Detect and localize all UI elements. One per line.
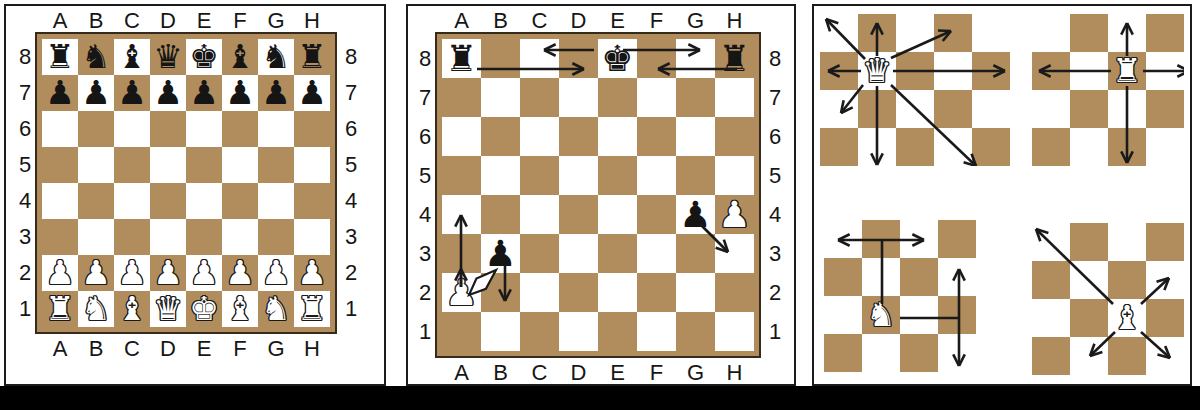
special-moves-rank-labels-left-5: 5: [412, 156, 438, 195]
special-moves-square-r6c6: [637, 234, 676, 273]
special-moves-file-labels-top-H: H: [715, 8, 754, 34]
black-pawn: ♟: [114, 75, 150, 111]
special-moves-square-r8c2: [481, 312, 520, 351]
starting-position-square-r4c4: [150, 147, 186, 183]
knight-moves-square-r3c4: [938, 296, 976, 334]
rook-moves-square-r3c1: [1032, 90, 1070, 128]
special-moves-square-r8c3: [520, 312, 559, 351]
rook-moves-square-r4c3: [1108, 128, 1146, 166]
starting-position-square-r3c5: [186, 111, 222, 147]
white-rook: ♜: [294, 291, 330, 327]
white-knight: ♞: [78, 291, 114, 327]
special-moves-file-labels-bottom-D: D: [559, 360, 598, 386]
special-moves-square-r1c6: [637, 39, 676, 78]
special-moves-square-r4c3: [520, 156, 559, 195]
starting-position-rank-labels-right-8: 8: [338, 39, 364, 75]
white-pawn: ♟: [294, 255, 330, 291]
special-moves-square-r4c6: [637, 156, 676, 195]
starting-position-rank-labels-left-5: 5: [12, 147, 38, 183]
queen-moves-square-r1c5: [972, 14, 1010, 52]
white-pawn: ♟: [186, 255, 222, 291]
queen-moves-square-r3c3: [896, 90, 934, 128]
mini-board-knight-moves: ♞: [824, 220, 976, 372]
starting-position-square-r6c1: [42, 219, 78, 255]
special-moves-rank-labels-left: 87654321: [412, 39, 438, 351]
white-pawn: ♟: [42, 255, 78, 291]
queen-moves-square-r4c1: [820, 128, 858, 166]
starting-position-square-r6c3: [114, 219, 150, 255]
special-moves-square-r4c5: [598, 156, 637, 195]
white-pawn: ♟: [258, 255, 294, 291]
starting-position-file-labels-top-H: H: [294, 8, 330, 34]
knight-moves-square-r1c3: [900, 220, 938, 258]
special-moves-square-r1c3: [520, 39, 559, 78]
starting-position-square-r4c2: [78, 147, 114, 183]
starting-position-rank-labels-right-2: 2: [338, 255, 364, 291]
starting-position-file-labels-top-C: C: [114, 8, 150, 34]
special-moves-file-labels-bottom-B: B: [481, 360, 520, 386]
knight-moves-square-r4c2: [862, 334, 900, 372]
starting-position-rank-labels-right-7: 7: [338, 75, 364, 111]
special-moves-square-r2c2: [481, 78, 520, 117]
special-moves-file-labels-top-E: E: [598, 8, 637, 34]
special-moves-rank-labels-right: 87654321: [762, 39, 788, 351]
special-moves-rank-labels-right-7: 7: [762, 78, 788, 117]
special-moves-square-r4c4: [559, 156, 598, 195]
rook-moves-square-r3c3: [1108, 90, 1146, 128]
white-pawn: ♟: [222, 255, 258, 291]
black-pawn: ♟: [481, 234, 520, 273]
special-moves-square-r8c6: [637, 312, 676, 351]
special-moves-square-r6c7: [676, 234, 715, 273]
panel-special-moves-diagram: ABCDEFGHABCDEFGH8765432187654321♜♚♜♟♟♟♟: [406, 4, 796, 386]
black-pawn: ♟: [150, 75, 186, 111]
queen-moves-square-r3c5: [972, 90, 1010, 128]
starting-position-square-r6c5: [186, 219, 222, 255]
mini-board-bishop-moves: ♝: [1032, 223, 1184, 375]
rook-moves-square-r1c3: [1108, 14, 1146, 52]
starting-position-file-labels-bottom-B: B: [78, 336, 114, 362]
special-moves-square-r8c4: [559, 312, 598, 351]
special-moves-square-r6c5: [598, 234, 637, 273]
starting-position-file-labels-top-E: E: [186, 8, 222, 34]
special-moves-square-r3c6: [637, 117, 676, 156]
special-moves-square-r3c8: [715, 117, 754, 156]
bishop-moves-square-r1c1: [1032, 223, 1070, 261]
black-bishop: ♝: [222, 39, 258, 75]
starting-position-rank-labels-left-2: 2: [12, 255, 38, 291]
queen-moves-square-r1c1: [820, 14, 858, 52]
special-moves-rank-labels-right-1: 1: [762, 312, 788, 351]
special-moves-file-labels-top-C: C: [520, 8, 559, 34]
white-pawn: ♟: [150, 255, 186, 291]
special-moves-square-r4c2: [481, 156, 520, 195]
queen-moves-square-r4c5: [972, 128, 1010, 166]
special-moves-square-r4c7: [676, 156, 715, 195]
special-moves-rank-labels-left-2: 2: [412, 273, 438, 312]
starting-position-file-labels-top-F: F: [222, 8, 258, 34]
special-moves-rank-labels-left-6: 6: [412, 117, 438, 156]
special-moves-square-r5c2: [481, 195, 520, 234]
starting-position-square-r5c1: [42, 183, 78, 219]
black-bishop: ♝: [114, 39, 150, 75]
starting-position-square-r4c3: [114, 147, 150, 183]
white-pawn: ♟: [78, 255, 114, 291]
rook-moves-square-r3c2: [1070, 90, 1108, 128]
special-moves-square-r7c6: [637, 273, 676, 312]
black-pawn: ♟: [42, 75, 78, 111]
queen-moves-square-r1c4: [934, 14, 972, 52]
starting-position-rank-labels-left-4: 4: [12, 183, 38, 219]
bishop-moves-square-r4c2: [1070, 337, 1108, 375]
white-knight: ♞: [862, 296, 900, 334]
rook-moves-squares: [1032, 14, 1184, 166]
special-moves-rank-labels-left-4: 4: [412, 195, 438, 234]
bishop-moves-square-r3c1: [1032, 299, 1070, 337]
bishop-moves-square-r1c4: [1146, 223, 1184, 261]
special-moves-square-r1c4: [559, 39, 598, 78]
knight-moves-square-r2c4: [938, 258, 976, 296]
starting-position-file-labels-bottom-C: C: [114, 336, 150, 362]
starting-position-square-r5c6: [222, 183, 258, 219]
bishop-moves-square-r3c4: [1146, 299, 1184, 337]
knight-moves-square-r4c4: [938, 334, 976, 372]
starting-position-square-r4c5: [186, 147, 222, 183]
white-knight: ♞: [258, 291, 294, 327]
starting-position-file-labels-top: ABCDEFGH: [42, 8, 330, 34]
starting-position-file-labels-top-A: A: [42, 8, 78, 34]
starting-position-square-r6c8: [294, 219, 330, 255]
black-king: ♚: [598, 39, 637, 78]
knight-moves-square-r1c4: [938, 220, 976, 258]
starting-position-square-r6c2: [78, 219, 114, 255]
special-moves-square-r7c2: [481, 273, 520, 312]
special-moves-rank-labels-right-4: 4: [762, 195, 788, 234]
knight-moves-square-r2c3: [900, 258, 938, 296]
special-moves-square-r8c7: [676, 312, 715, 351]
special-moves-square-r2c1: [442, 78, 481, 117]
black-queen: ♛: [150, 39, 186, 75]
special-moves-rank-labels-left-1: 1: [412, 312, 438, 351]
rook-moves-square-r2c4: [1146, 52, 1184, 90]
starting-position-rank-labels-right-6: 6: [338, 111, 364, 147]
rook-moves-square-r1c4: [1146, 14, 1184, 52]
white-king: ♚: [186, 291, 222, 327]
queen-moves-square-r2c4: [934, 52, 972, 90]
special-moves-square-r4c1: [442, 156, 481, 195]
bishop-moves-square-r2c3: [1108, 261, 1146, 299]
black-rook: ♜: [42, 39, 78, 75]
starting-position-rank-labels-right-4: 4: [338, 183, 364, 219]
panel-piece-movement-diagrams: ♛♜♞♝: [812, 4, 1192, 386]
figure-chess-diagrams: ABCDEFGHABCDEFGH8765432187654321♜♞♝♛♚♝♞♜…: [0, 0, 1200, 410]
queen-moves-square-r3c2: [858, 90, 896, 128]
mini-board-rook-moves: ♜: [1032, 14, 1184, 166]
queen-moves-square-r2c5: [972, 52, 1010, 90]
special-moves-square-r6c1: [442, 234, 481, 273]
starting-position-square-r6c4: [150, 219, 186, 255]
rook-moves-square-r4c4: [1146, 128, 1184, 166]
starting-position-square-r3c3: [114, 111, 150, 147]
starting-position-square-r5c8: [294, 183, 330, 219]
white-pawn: ♟: [715, 195, 754, 234]
queen-moves-square-r4c2: [858, 128, 896, 166]
starting-position-square-r3c8: [294, 111, 330, 147]
starting-position-square-r5c7: [258, 183, 294, 219]
special-moves-square-r7c3: [520, 273, 559, 312]
special-moves-square-r5c3: [520, 195, 559, 234]
special-moves-square-r5c5: [598, 195, 637, 234]
starting-position-square-r4c1: [42, 147, 78, 183]
special-moves-rank-labels-left-8: 8: [412, 39, 438, 78]
special-moves-file-labels-top-G: G: [676, 8, 715, 34]
bishop-moves-square-r1c2: [1070, 223, 1108, 261]
special-moves-rank-labels-right-6: 6: [762, 117, 788, 156]
special-moves-file-labels-bottom-C: C: [520, 360, 559, 386]
starting-position-square-r5c3: [114, 183, 150, 219]
special-moves-square-r1c7: [676, 39, 715, 78]
special-moves-rank-labels-right-5: 5: [762, 156, 788, 195]
knight-moves-square-r1c2: [862, 220, 900, 258]
special-moves-file-labels-top-F: F: [637, 8, 676, 34]
starting-position-file-labels-bottom-D: D: [150, 336, 186, 362]
black-king: ♚: [186, 39, 222, 75]
knight-moves-square-r4c3: [900, 334, 938, 372]
starting-position-square-r3c1: [42, 111, 78, 147]
special-moves-square-r5c6: [637, 195, 676, 234]
special-moves-file-labels-bottom-F: F: [637, 360, 676, 386]
special-moves-square-r8c8: [715, 312, 754, 351]
starting-position-rank-labels-left-6: 6: [12, 111, 38, 147]
starting-position-file-labels-bottom: ABCDEFGH: [42, 336, 330, 362]
rook-moves-square-r2c2: [1070, 52, 1108, 90]
bishop-moves-square-r4c4: [1146, 337, 1184, 375]
queen-moves-square-r1c2: [858, 14, 896, 52]
special-moves-square-r5c1: [442, 195, 481, 234]
starting-position-file-labels-bottom-A: A: [42, 336, 78, 362]
bishop-moves-square-r2c4: [1146, 261, 1184, 299]
starting-position-rank-labels-left-8: 8: [12, 39, 38, 75]
special-moves-file-labels-top-D: D: [559, 8, 598, 34]
queen-moves-square-r4c3: [896, 128, 934, 166]
rook-moves-square-r1c1: [1032, 14, 1070, 52]
black-pawn: ♟: [676, 195, 715, 234]
starting-position-rank-labels-right-5: 5: [338, 147, 364, 183]
bishop-moves-square-r1c3: [1108, 223, 1146, 261]
special-moves-file-labels-bottom: ABCDEFGH: [442, 360, 754, 386]
special-moves-square-r2c4: [559, 78, 598, 117]
black-pawn: ♟: [294, 75, 330, 111]
starting-position-file-labels-bottom-F: F: [222, 336, 258, 362]
white-rook: ♜: [42, 291, 78, 327]
starting-position-rank-labels-right-3: 3: [338, 219, 364, 255]
special-moves-square-r8c5: [598, 312, 637, 351]
special-moves-square-r3c7: [676, 117, 715, 156]
white-bishop: ♝: [114, 291, 150, 327]
special-moves-square-r5c4: [559, 195, 598, 234]
queen-moves-square-r1c3: [896, 14, 934, 52]
starting-position-square-r4c7: [258, 147, 294, 183]
knight-moves-square-r1c1: [824, 220, 862, 258]
starting-position-square-r3c6: [222, 111, 258, 147]
knight-moves-square-r4c1: [824, 334, 862, 372]
starting-position-square-r5c4: [150, 183, 186, 219]
bishop-moves-square-r4c1: [1032, 337, 1070, 375]
special-moves-square-r7c4: [559, 273, 598, 312]
queen-moves-squares: [820, 14, 1010, 166]
special-moves-rank-labels-right-8: 8: [762, 39, 788, 78]
rook-moves-square-r4c1: [1032, 128, 1070, 166]
special-moves-rank-labels-right-3: 3: [762, 234, 788, 273]
special-moves-square-r4c8: [715, 156, 754, 195]
special-moves-square-r3c2: [481, 117, 520, 156]
black-knight: ♞: [78, 39, 114, 75]
starting-position-rank-labels-left-7: 7: [12, 75, 38, 111]
knight-moves-square-r3c1: [824, 296, 862, 334]
starting-position-file-labels-top-D: D: [150, 8, 186, 34]
black-knight: ♞: [258, 39, 294, 75]
white-pawn: ♟: [442, 273, 481, 312]
starting-position-file-labels-bottom-H: H: [294, 336, 330, 362]
white-queen: ♛: [150, 291, 186, 327]
special-moves-file-labels-top-A: A: [442, 8, 481, 34]
rook-moves-square-r2c1: [1032, 52, 1070, 90]
starting-position-file-labels-bottom-G: G: [258, 336, 294, 362]
bishop-moves-square-r3c2: [1070, 299, 1108, 337]
bishop-moves-square-r4c3: [1108, 337, 1146, 375]
starting-position-square-r5c2: [78, 183, 114, 219]
knight-moves-square-r2c2: [862, 258, 900, 296]
special-moves-square-r7c7: [676, 273, 715, 312]
black-rook: ♜: [442, 39, 481, 78]
starting-position-rank-labels-right-1: 1: [338, 291, 364, 327]
special-moves-rank-labels-right-2: 2: [762, 273, 788, 312]
rook-moves-square-r4c2: [1070, 128, 1108, 166]
special-moves-square-r1c2: [481, 39, 520, 78]
special-moves-square-r2c6: [637, 78, 676, 117]
starting-position-file-labels-top-B: B: [78, 8, 114, 34]
special-moves-square-r3c1: [442, 117, 481, 156]
bottom-black-bar: [0, 386, 1200, 410]
special-moves-file-labels-bottom-E: E: [598, 360, 637, 386]
special-moves-file-labels-top-B: B: [481, 8, 520, 34]
starting-position-rank-labels-left-1: 1: [12, 291, 38, 327]
starting-position-square-r4c8: [294, 147, 330, 183]
queen-moves-square-r3c1: [820, 90, 858, 128]
black-rook: ♜: [715, 39, 754, 78]
special-moves-square-r6c4: [559, 234, 598, 273]
mini-board-queen-moves: ♛: [820, 14, 1010, 166]
knight-moves-square-r2c1: [824, 258, 862, 296]
special-moves-square-r6c8: [715, 234, 754, 273]
starting-position-rank-labels-left-3: 3: [12, 219, 38, 255]
special-moves-square-r2c3: [520, 78, 559, 117]
bishop-moves-square-r2c1: [1032, 261, 1070, 299]
starting-position-square-r3c4: [150, 111, 186, 147]
white-bishop: ♝: [1108, 299, 1146, 337]
white-queen: ♛: [858, 52, 896, 90]
special-moves-file-labels-bottom-H: H: [715, 360, 754, 386]
starting-position-file-labels-top-G: G: [258, 8, 294, 34]
special-moves-square-r3c3: [520, 117, 559, 156]
white-pawn: ♟: [114, 255, 150, 291]
panel-starting-position-diagram: ABCDEFGHABCDEFGH8765432187654321♜♞♝♛♚♝♞♜…: [4, 4, 386, 386]
starting-position-rank-labels-left: 87654321: [12, 39, 38, 327]
queen-moves-square-r2c3: [896, 52, 934, 90]
starting-position-square-r6c7: [258, 219, 294, 255]
starting-position-square-r6c6: [222, 219, 258, 255]
queen-moves-square-r3c4: [934, 90, 972, 128]
special-moves-square-r2c5: [598, 78, 637, 117]
special-moves-file-labels-bottom-G: G: [676, 360, 715, 386]
black-pawn: ♟: [186, 75, 222, 111]
starting-position-file-labels-bottom-E: E: [186, 336, 222, 362]
starting-position-rank-labels-right: 87654321: [338, 39, 364, 327]
special-moves-square-r7c8: [715, 273, 754, 312]
special-moves-rank-labels-left-7: 7: [412, 78, 438, 117]
special-moves-square-r7c5: [598, 273, 637, 312]
special-moves-square-r2c7: [676, 78, 715, 117]
special-moves-square-r3c4: [559, 117, 598, 156]
starting-position-square-r3c2: [78, 111, 114, 147]
special-moves-square-r6c3: [520, 234, 559, 273]
special-moves-rank-labels-left-3: 3: [412, 234, 438, 273]
starting-position-square-r4c6: [222, 147, 258, 183]
knight-moves-squares: [824, 220, 976, 372]
queen-moves-square-r2c1: [820, 52, 858, 90]
starting-position-square-r5c5: [186, 183, 222, 219]
special-moves-square-r2c8: [715, 78, 754, 117]
starting-position-square-r3c7: [258, 111, 294, 147]
special-moves-file-labels-top: ABCDEFGH: [442, 8, 754, 34]
rook-moves-square-r3c4: [1146, 90, 1184, 128]
white-bishop: ♝: [222, 291, 258, 327]
special-moves-square-r3c5: [598, 117, 637, 156]
special-moves-file-labels-bottom-A: A: [442, 360, 481, 386]
black-rook: ♜: [294, 39, 330, 75]
queen-moves-square-r4c4: [934, 128, 972, 166]
black-pawn: ♟: [222, 75, 258, 111]
knight-moves-square-r3c3: [900, 296, 938, 334]
bishop-moves-square-r2c2: [1070, 261, 1108, 299]
black-pawn: ♟: [78, 75, 114, 111]
black-pawn: ♟: [258, 75, 294, 111]
white-rook: ♜: [1108, 52, 1146, 90]
rook-moves-square-r1c2: [1070, 14, 1108, 52]
special-moves-square-r8c1: [442, 312, 481, 351]
